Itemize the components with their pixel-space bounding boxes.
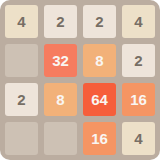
empty-cell-r4c2 [44, 122, 77, 155]
tile-16-r3c4: 16 [122, 83, 155, 116]
tile-64-r3c3: 64 [83, 83, 116, 116]
tile-32-r2c2: 32 [44, 44, 77, 77]
tile-16-r4c3: 16 [83, 122, 116, 155]
tile-8-r3c2: 8 [44, 83, 77, 116]
2048-board[interactable]: 42243282286416164 [0, 0, 160, 160]
tile-2-r1c3: 2 [83, 5, 116, 38]
tile-2-r1c2: 2 [44, 5, 77, 38]
tile-2-r3c1: 2 [5, 83, 38, 116]
tile-8-r2c3: 8 [83, 44, 116, 77]
tile-4-r1c4: 4 [122, 5, 155, 38]
tile-2-r2c4: 2 [122, 44, 155, 77]
tile-4-r1c1: 4 [5, 5, 38, 38]
tile-4-r4c4: 4 [122, 122, 155, 155]
empty-cell-r2c1 [5, 44, 38, 77]
empty-cell-r4c1 [5, 122, 38, 155]
